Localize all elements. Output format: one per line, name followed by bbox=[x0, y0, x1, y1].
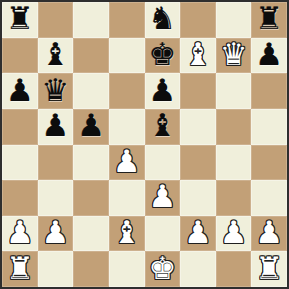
chess-board-frame: ♜♞♜♝♚♝♛♟♟♛♟♟♟♝♟♟♟♟♝♟♟♟♜♚♜ bbox=[0, 0, 289, 289]
square-b3[interactable] bbox=[38, 180, 74, 216]
black-pawn[interactable]: ♟ bbox=[255, 39, 283, 70]
square-b5[interactable]: ♟ bbox=[38, 109, 74, 145]
square-h2[interactable]: ♟ bbox=[251, 216, 287, 252]
square-e5[interactable]: ♝ bbox=[145, 109, 181, 145]
square-h1[interactable]: ♜ bbox=[251, 251, 287, 287]
square-c2[interactable] bbox=[73, 216, 109, 252]
square-b6[interactable]: ♛ bbox=[38, 73, 74, 109]
square-f8[interactable] bbox=[180, 2, 216, 38]
white-pawn[interactable]: ♟ bbox=[148, 181, 176, 212]
square-c1[interactable] bbox=[73, 251, 109, 287]
white-rook[interactable]: ♜ bbox=[6, 253, 34, 284]
square-c8[interactable] bbox=[73, 2, 109, 38]
square-b8[interactable] bbox=[38, 2, 74, 38]
square-c7[interactable] bbox=[73, 38, 109, 74]
square-f4[interactable] bbox=[180, 145, 216, 181]
square-e1[interactable]: ♚ bbox=[145, 251, 181, 287]
square-e8[interactable]: ♞ bbox=[145, 2, 181, 38]
black-rook[interactable]: ♜ bbox=[255, 3, 283, 34]
square-e4[interactable] bbox=[145, 145, 181, 181]
white-pawn[interactable]: ♟ bbox=[184, 217, 212, 248]
square-b1[interactable] bbox=[38, 251, 74, 287]
square-c4[interactable] bbox=[73, 145, 109, 181]
white-queen[interactable]: ♛ bbox=[220, 39, 248, 70]
square-a8[interactable]: ♜ bbox=[2, 2, 38, 38]
square-h6[interactable] bbox=[251, 73, 287, 109]
square-a4[interactable] bbox=[2, 145, 38, 181]
white-pawn[interactable]: ♟ bbox=[6, 217, 34, 248]
black-knight[interactable]: ♞ bbox=[148, 3, 176, 34]
square-g2[interactable]: ♟ bbox=[216, 216, 252, 252]
square-b2[interactable]: ♟ bbox=[38, 216, 74, 252]
square-a1[interactable]: ♜ bbox=[2, 251, 38, 287]
square-a3[interactable] bbox=[2, 180, 38, 216]
square-b7[interactable]: ♝ bbox=[38, 38, 74, 74]
square-f7[interactable]: ♝ bbox=[180, 38, 216, 74]
white-pawn[interactable]: ♟ bbox=[113, 146, 141, 177]
square-f2[interactable]: ♟ bbox=[180, 216, 216, 252]
square-e6[interactable]: ♟ bbox=[145, 73, 181, 109]
square-d1[interactable] bbox=[109, 251, 145, 287]
square-e7[interactable]: ♚ bbox=[145, 38, 181, 74]
square-d7[interactable] bbox=[109, 38, 145, 74]
white-bishop[interactable]: ♝ bbox=[113, 217, 141, 248]
square-a5[interactable] bbox=[2, 109, 38, 145]
square-h5[interactable] bbox=[251, 109, 287, 145]
square-a6[interactable]: ♟ bbox=[2, 73, 38, 109]
square-g4[interactable] bbox=[216, 145, 252, 181]
square-c3[interactable] bbox=[73, 180, 109, 216]
black-bishop[interactable]: ♝ bbox=[42, 39, 70, 70]
white-bishop[interactable]: ♝ bbox=[184, 39, 212, 70]
square-d3[interactable] bbox=[109, 180, 145, 216]
square-b4[interactable] bbox=[38, 145, 74, 181]
white-pawn[interactable]: ♟ bbox=[42, 217, 70, 248]
square-d5[interactable] bbox=[109, 109, 145, 145]
black-bishop[interactable]: ♝ bbox=[148, 110, 176, 141]
white-pawn[interactable]: ♟ bbox=[220, 217, 248, 248]
black-rook[interactable]: ♜ bbox=[6, 3, 34, 34]
white-king[interactable]: ♚ bbox=[148, 253, 176, 284]
white-pawn[interactable]: ♟ bbox=[255, 217, 283, 248]
square-a7[interactable] bbox=[2, 38, 38, 74]
square-g7[interactable]: ♛ bbox=[216, 38, 252, 74]
square-f1[interactable] bbox=[180, 251, 216, 287]
black-pawn[interactable]: ♟ bbox=[42, 110, 70, 141]
square-c5[interactable]: ♟ bbox=[73, 109, 109, 145]
black-pawn[interactable]: ♟ bbox=[6, 75, 34, 106]
black-king[interactable]: ♚ bbox=[148, 39, 176, 70]
square-h7[interactable]: ♟ bbox=[251, 38, 287, 74]
square-d8[interactable] bbox=[109, 2, 145, 38]
square-d2[interactable]: ♝ bbox=[109, 216, 145, 252]
square-f5[interactable] bbox=[180, 109, 216, 145]
square-g1[interactable] bbox=[216, 251, 252, 287]
square-c6[interactable] bbox=[73, 73, 109, 109]
square-e2[interactable] bbox=[145, 216, 181, 252]
square-e3[interactable]: ♟ bbox=[145, 180, 181, 216]
square-f3[interactable] bbox=[180, 180, 216, 216]
square-g6[interactable] bbox=[216, 73, 252, 109]
square-h4[interactable] bbox=[251, 145, 287, 181]
chess-board: ♜♞♜♝♚♝♛♟♟♛♟♟♟♝♟♟♟♟♝♟♟♟♜♚♜ bbox=[2, 2, 287, 287]
square-a2[interactable]: ♟ bbox=[2, 216, 38, 252]
square-h3[interactable] bbox=[251, 180, 287, 216]
square-f6[interactable] bbox=[180, 73, 216, 109]
black-pawn[interactable]: ♟ bbox=[77, 110, 105, 141]
black-pawn[interactable]: ♟ bbox=[148, 75, 176, 106]
square-d4[interactable]: ♟ bbox=[109, 145, 145, 181]
square-g8[interactable] bbox=[216, 2, 252, 38]
square-h8[interactable]: ♜ bbox=[251, 2, 287, 38]
black-queen[interactable]: ♛ bbox=[42, 75, 70, 106]
square-g3[interactable] bbox=[216, 180, 252, 216]
white-rook[interactable]: ♜ bbox=[255, 253, 283, 284]
square-g5[interactable] bbox=[216, 109, 252, 145]
square-d6[interactable] bbox=[109, 73, 145, 109]
